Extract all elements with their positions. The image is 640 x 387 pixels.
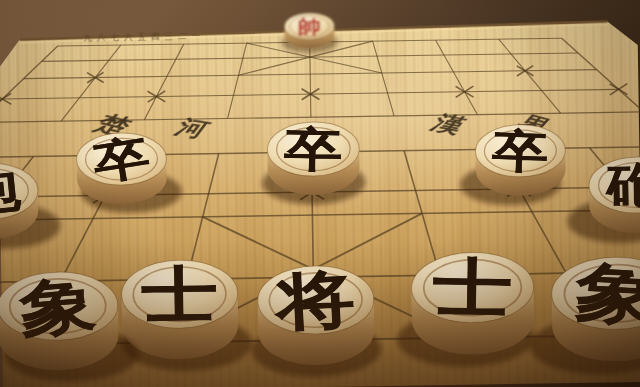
far-edge-marks: 九八七六五四三二一 <box>83 31 205 43</box>
piece-glyph-士: 士 <box>140 258 218 331</box>
piece-glyph-卒: 卒 <box>491 123 549 178</box>
piece-glyph-卒: 卒 <box>90 129 154 190</box>
piece-glyph-象: 象 <box>16 267 99 345</box>
piece-glyph-士: 士 <box>431 250 512 326</box>
xiangqi-board-scene: 楚河漢界九八七六五四三二一帥卒卒卒砲砲士士将象象 <box>0 0 640 387</box>
piece-red-general[interactable]: 帥 <box>281 13 338 53</box>
piece-black-soldier-c5[interactable]: 卒 <box>261 120 365 205</box>
piece-glyph-砲: 砲 <box>604 156 640 214</box>
piece-glyph-卒: 卒 <box>283 122 343 177</box>
piece-glyph-将: 将 <box>272 261 357 338</box>
xiangqi-photo-stage: 楚河漢界九八七六五四三二一帥卒卒卒砲砲士士将象象 <box>0 0 640 387</box>
piece-glyph-帥: 帥 <box>298 15 321 37</box>
piece-glyph-象: 象 <box>573 254 640 333</box>
